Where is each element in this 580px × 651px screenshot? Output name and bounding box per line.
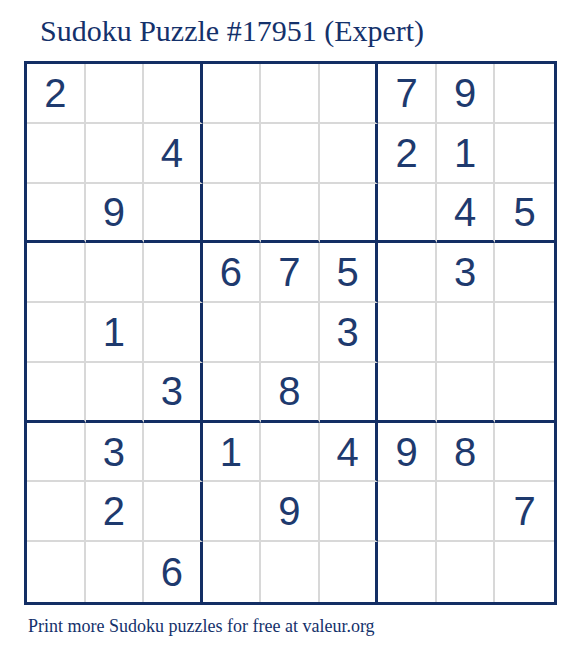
cell-r4c5: 7: [261, 243, 320, 303]
cell-r6c4: [203, 363, 262, 423]
cell-r1c1: 2: [27, 64, 86, 124]
cell-r7c5: [261, 423, 320, 483]
cell-r8c1: [27, 482, 86, 542]
cell-r9c6: [320, 542, 379, 602]
cell-r1c4: [203, 64, 262, 124]
cell-r8c8: [437, 482, 496, 542]
cell-r4c7: [378, 243, 437, 303]
cell-r1c8: 9: [437, 64, 496, 124]
cell-r3c1: [27, 184, 86, 244]
cell-r2c1: [27, 124, 86, 184]
cell-r1c6: [320, 64, 379, 124]
cell-r7c8: 8: [437, 423, 496, 483]
cell-r3c5: [261, 184, 320, 244]
cell-r6c6: [320, 363, 379, 423]
cell-r5c1: [27, 303, 86, 363]
cell-r1c7: 7: [378, 64, 437, 124]
cell-r3c9: 5: [495, 184, 554, 244]
cell-r6c3: 3: [144, 363, 203, 423]
cell-r1c3: [144, 64, 203, 124]
cell-r7c3: [144, 423, 203, 483]
cell-r2c6: [320, 124, 379, 184]
cell-r7c7: 9: [378, 423, 437, 483]
cell-r1c5: [261, 64, 320, 124]
cell-r9c9: [495, 542, 554, 602]
cell-r3c6: [320, 184, 379, 244]
cell-r5c2: 1: [86, 303, 145, 363]
cell-r2c9: [495, 124, 554, 184]
cell-r2c8: 1: [437, 124, 496, 184]
cell-r9c2: [86, 542, 145, 602]
cell-r1c9: [495, 64, 554, 124]
cell-r6c5: 8: [261, 363, 320, 423]
cell-r5c5: [261, 303, 320, 363]
cell-r8c5: 9: [261, 482, 320, 542]
cell-r3c2: 9: [86, 184, 145, 244]
cell-r2c7: 2: [378, 124, 437, 184]
cell-r8c9: 7: [495, 482, 554, 542]
cell-r6c2: [86, 363, 145, 423]
cell-r3c4: [203, 184, 262, 244]
cell-r8c7: [378, 482, 437, 542]
cell-r1c2: [86, 64, 145, 124]
footer-text: Print more Sudoku puzzles for free at va…: [28, 614, 375, 638]
cell-r9c1: [27, 542, 86, 602]
cell-r2c4: [203, 124, 262, 184]
cell-r5c9: [495, 303, 554, 363]
cell-r5c4: [203, 303, 262, 363]
sudoku-board: 27942194567531338314982976: [24, 61, 557, 605]
cell-r4c6: 5: [320, 243, 379, 303]
cell-r7c2: 3: [86, 423, 145, 483]
cell-r9c4: [203, 542, 262, 602]
cell-r5c8: [437, 303, 496, 363]
cell-r7c4: 1: [203, 423, 262, 483]
cell-r6c1: [27, 363, 86, 423]
cell-r8c3: [144, 482, 203, 542]
cell-r8c2: 2: [86, 482, 145, 542]
cell-r3c3: [144, 184, 203, 244]
cell-r5c7: [378, 303, 437, 363]
cell-r5c3: [144, 303, 203, 363]
cell-r2c5: [261, 124, 320, 184]
cell-r6c9: [495, 363, 554, 423]
puzzle-title: Sudoku Puzzle #17951 (Expert): [40, 12, 424, 50]
cell-r4c9: [495, 243, 554, 303]
cell-r4c4: 6: [203, 243, 262, 303]
cell-r3c8: 4: [437, 184, 496, 244]
cell-r4c1: [27, 243, 86, 303]
cell-r9c5: [261, 542, 320, 602]
cell-r9c8: [437, 542, 496, 602]
cell-r2c3: 4: [144, 124, 203, 184]
cell-r4c2: [86, 243, 145, 303]
cell-r5c6: 3: [320, 303, 379, 363]
cell-r6c7: [378, 363, 437, 423]
cell-r6c8: [437, 363, 496, 423]
cell-r7c9: [495, 423, 554, 483]
cell-r4c8: 3: [437, 243, 496, 303]
cell-r3c7: [378, 184, 437, 244]
cell-r8c4: [203, 482, 262, 542]
cell-r9c7: [378, 542, 437, 602]
cell-r8c6: [320, 482, 379, 542]
cell-r7c6: 4: [320, 423, 379, 483]
cell-r2c2: [86, 124, 145, 184]
cell-r4c3: [144, 243, 203, 303]
cell-r7c1: [27, 423, 86, 483]
cell-r9c3: 6: [144, 542, 203, 602]
